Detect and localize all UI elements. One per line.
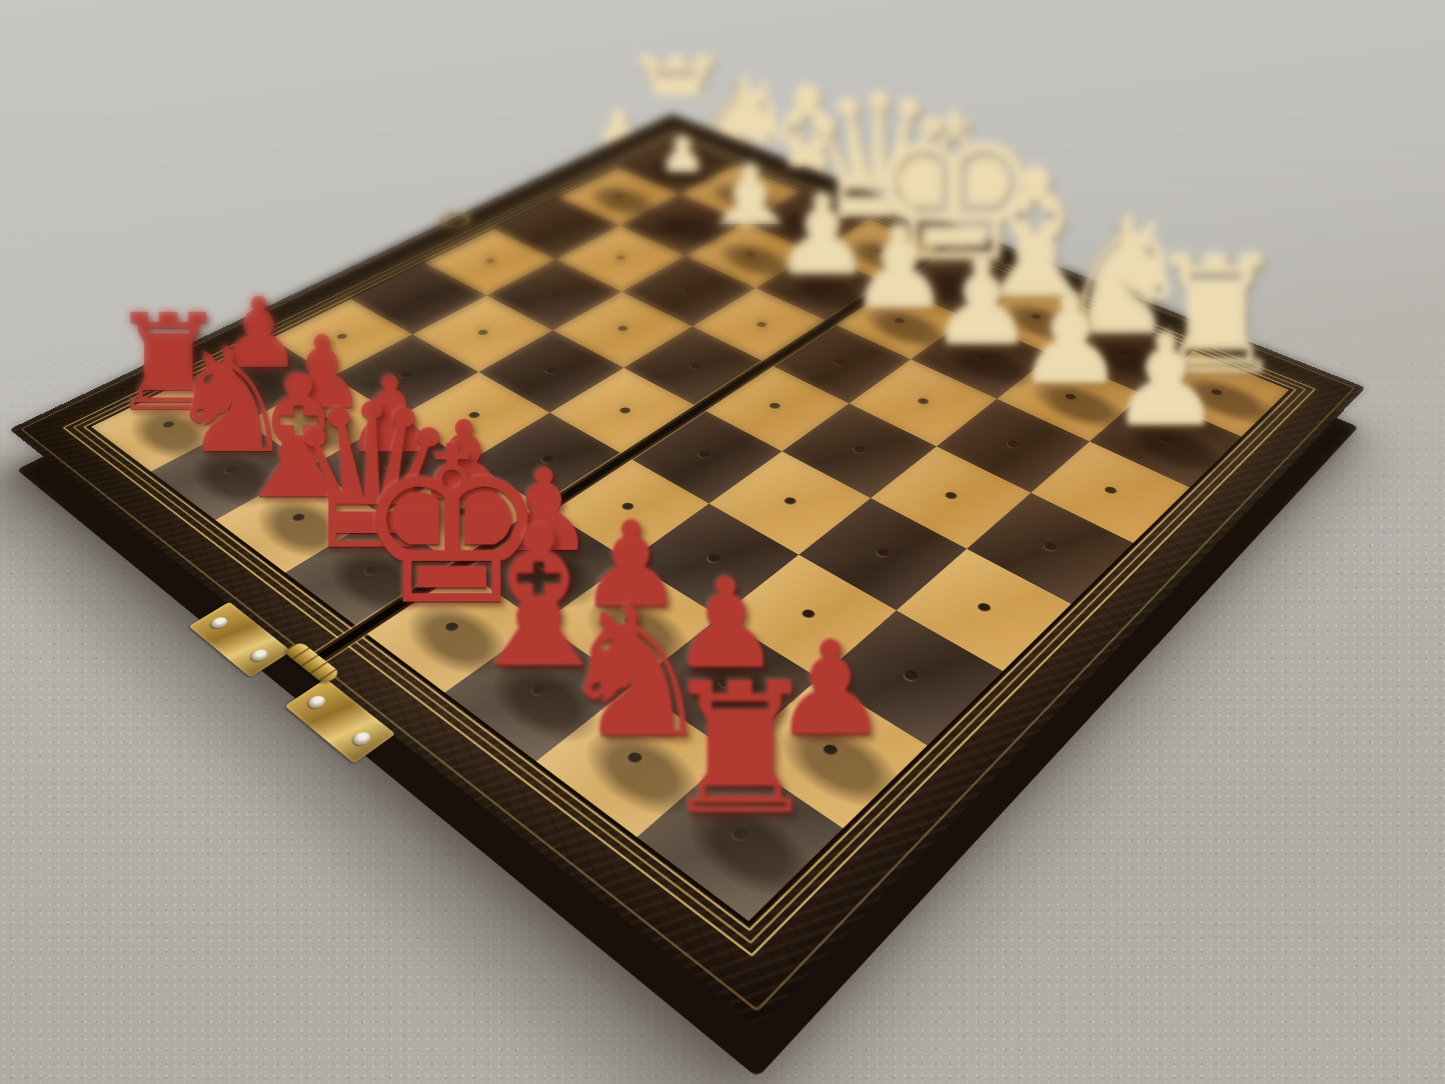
board-square-e4 [626,408,782,504]
photograph-travel-chess-set: { "game": "chess", "scene": { "title": "… [0,0,1445,1084]
board-square-h4 [896,549,1071,671]
board-square-c2 [311,417,469,514]
board-square-h7 [1090,394,1242,487]
board-square-g4 [799,498,967,610]
board-square-c1 [215,466,381,572]
board-square-d2 [381,461,546,566]
chess-board: ♜♞♝♛♚♝♞♜♟♟♟♟♟♟♟♟♟♟♟♟♟♟♟♟♜♞♝♛♚♝♞♜ [9,114,1365,1026]
board-square-h3 [819,610,1003,745]
brass-clasp-hook [435,210,475,230]
board-squares-grid [91,140,1289,921]
board-square-b1 [151,422,311,520]
board-square-g1 [536,685,733,837]
board-square-e1 [361,567,541,693]
hinge-screw-icon [306,693,329,710]
board-square-g6 [937,399,1090,493]
board-square-h5 [967,493,1133,604]
board-square-h1 [637,753,843,921]
board-square-f5 [782,403,936,498]
board-square-g5 [871,446,1031,548]
hinge-screw-icon [350,729,374,747]
board-square-d1 [285,514,458,629]
hinge-screw-icon [249,647,272,663]
board-square-g3 [720,555,897,679]
hinge-screw-icon [209,615,231,630]
board-square-h2 [733,678,928,828]
board-square-f3 [629,504,799,617]
board-square-f4 [709,451,871,554]
board-square-g2 [633,617,819,754]
board-square-h6 [1031,441,1190,543]
board-square-e2 [458,509,629,623]
board-square-e3 [546,456,709,560]
board-square-f1 [445,623,633,761]
scene-stage: ♜♞♝♛♚♝♞♜♟♟♟♟♟♟♟♟♟♟♟♟♟♟♟♟♜♞♝♛♚♝♞♜ [0,0,1445,1084]
board-square-f2 [541,561,719,686]
board-square-d3 [469,413,626,509]
